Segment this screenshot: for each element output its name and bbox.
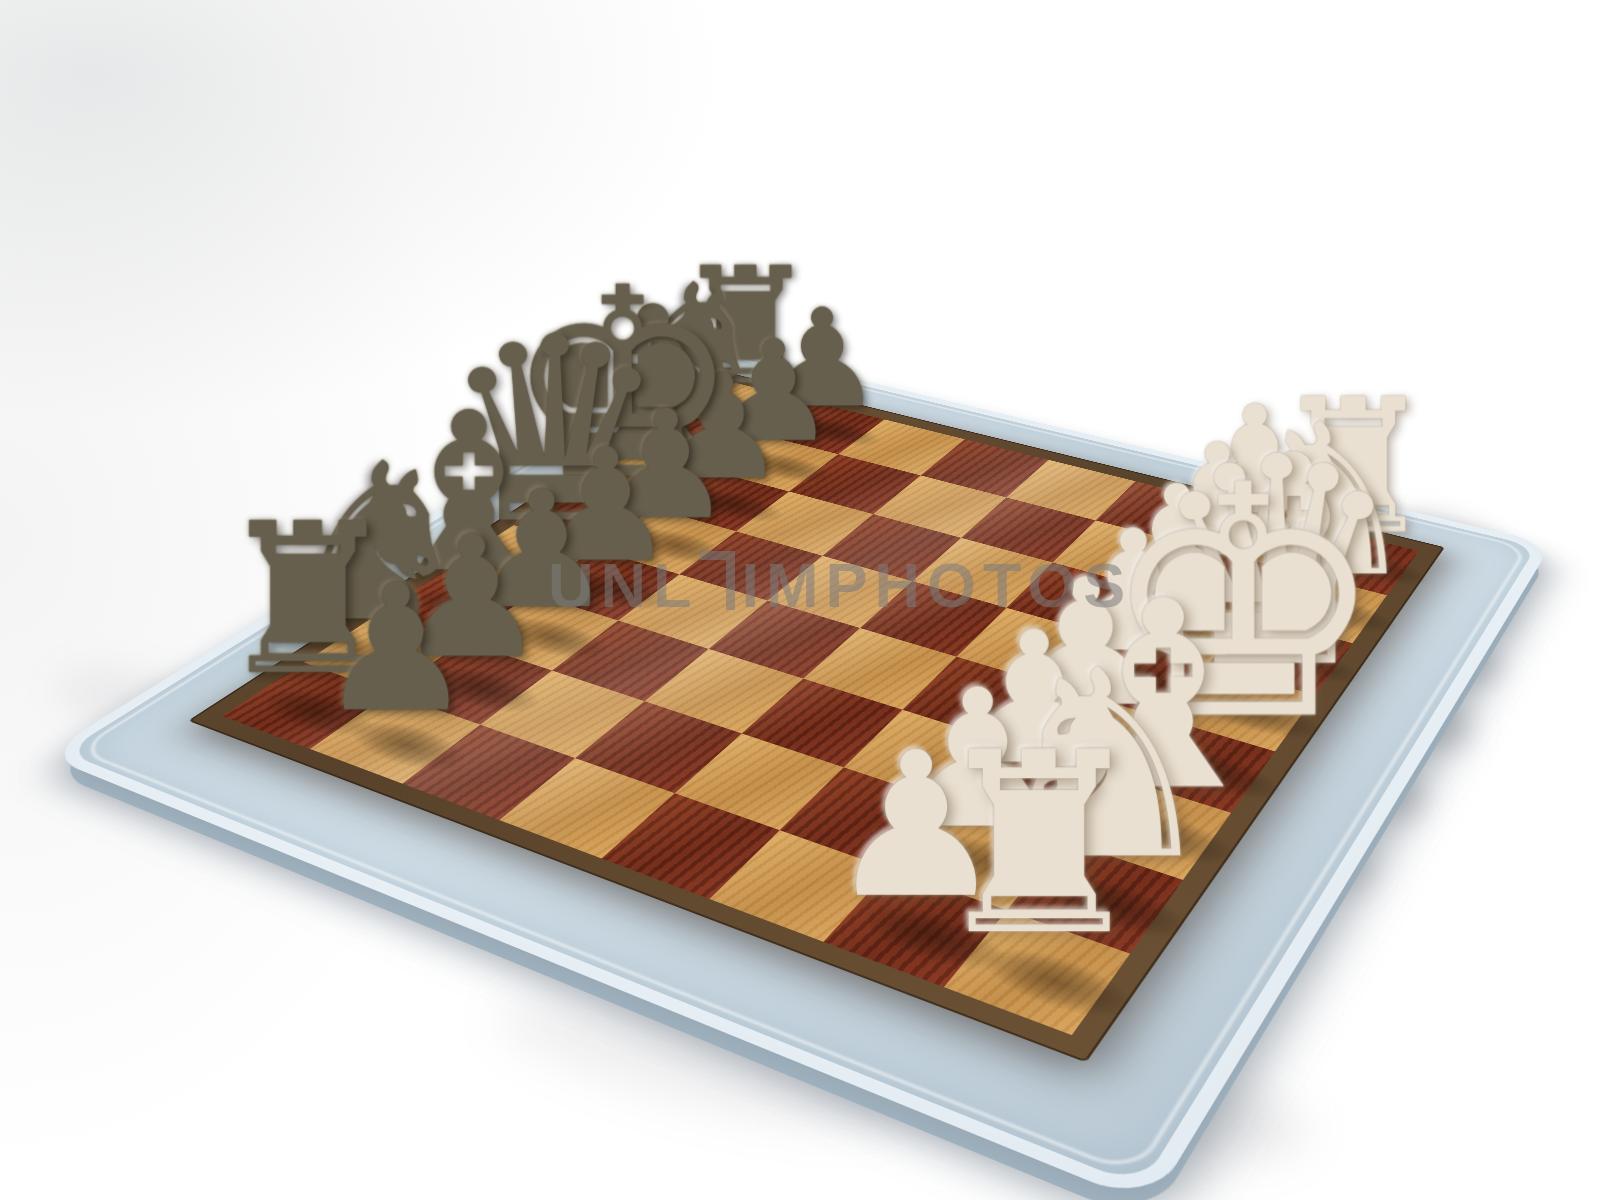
piece-shadow xyxy=(970,761,1134,839)
piece-white-knight-g1: ♞ xyxy=(990,635,1202,894)
piece-shadow xyxy=(324,628,468,691)
knight-glyph: ♞ xyxy=(990,635,1202,894)
piece-shadow xyxy=(845,892,1024,986)
pawn-glyph: ♟ xyxy=(936,607,1133,789)
piece-white-rook-h1: ♜ xyxy=(927,720,1149,970)
piece-shadow xyxy=(243,679,392,747)
piece-shadow xyxy=(910,824,1081,909)
bracket-icon xyxy=(700,551,735,610)
piece-shadow xyxy=(410,657,558,723)
piece-white-pawn-g2: ♟ xyxy=(875,664,1081,855)
piece-white-pawn-f2: ♟ xyxy=(936,607,1133,789)
rook-glyph: ♜ xyxy=(927,720,1149,970)
photo-stage: ♜♞♝♚♛♝♞♜♟♟♟♟♟♟♟♟♟♟♟♟♟♟♟♟♜♞♝♛♚♝♞♜ UNLIMPH… xyxy=(0,0,1600,1200)
piece-shadow xyxy=(1024,704,1181,775)
piece-shadow xyxy=(1074,651,1225,716)
piece-white-pawn-h2: ♟ xyxy=(808,726,1024,926)
pawn-glyph: ♟ xyxy=(808,726,1024,926)
piece-shadow xyxy=(331,710,484,782)
watermark: UNLIMPHOTOS xyxy=(548,549,1132,621)
watermark-suffix: IMPHOTOS xyxy=(741,550,1132,620)
pawn-glyph: ♟ xyxy=(875,664,1081,855)
watermark-prefix: UNL xyxy=(548,550,698,620)
